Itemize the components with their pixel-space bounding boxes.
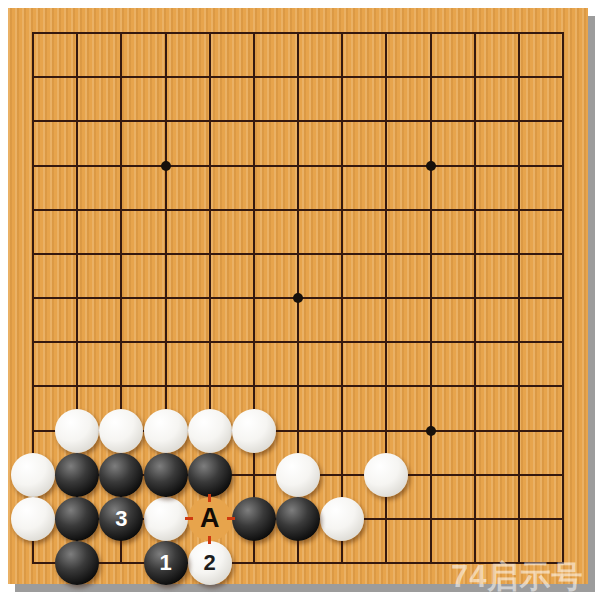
star-point bbox=[426, 161, 436, 171]
white-stone bbox=[188, 409, 232, 453]
black-stone: 1 bbox=[144, 541, 188, 585]
black-stone bbox=[99, 453, 143, 497]
black-stone bbox=[188, 453, 232, 497]
black-stone: 3 bbox=[99, 497, 143, 541]
stone-move-number: 2 bbox=[204, 552, 216, 574]
stone-move-number: 3 bbox=[115, 508, 127, 530]
point-label-A: A bbox=[188, 497, 232, 541]
label-dash bbox=[185, 517, 193, 520]
grid-line-vertical bbox=[474, 32, 476, 564]
white-stone bbox=[232, 409, 276, 453]
white-stone bbox=[320, 497, 364, 541]
label-dash bbox=[208, 494, 211, 502]
grid-line-vertical bbox=[341, 32, 343, 564]
grid-line-horizontal bbox=[32, 341, 564, 343]
white-stone bbox=[99, 409, 143, 453]
watermark-text: 74启示号 bbox=[451, 556, 596, 598]
black-stone bbox=[55, 541, 99, 585]
white-stone bbox=[364, 453, 408, 497]
label-dash bbox=[208, 536, 211, 544]
white-stone bbox=[144, 409, 188, 453]
black-stone bbox=[276, 497, 320, 541]
white-stone bbox=[144, 497, 188, 541]
white-stone bbox=[11, 453, 55, 497]
star-point bbox=[293, 293, 303, 303]
black-stone bbox=[232, 497, 276, 541]
star-point bbox=[426, 426, 436, 436]
grid-line-vertical bbox=[562, 32, 564, 564]
grid-line-vertical bbox=[518, 32, 520, 564]
point-label-text: A bbox=[200, 505, 220, 532]
grid-line-vertical bbox=[430, 32, 432, 564]
black-stone bbox=[144, 453, 188, 497]
white-stone bbox=[276, 453, 320, 497]
label-dash bbox=[227, 517, 235, 520]
black-stone bbox=[55, 497, 99, 541]
white-stone bbox=[11, 497, 55, 541]
white-stone: 2 bbox=[188, 541, 232, 585]
grid-line-horizontal bbox=[32, 385, 564, 387]
white-stone bbox=[55, 409, 99, 453]
black-stone bbox=[55, 453, 99, 497]
stone-move-number: 1 bbox=[159, 552, 171, 574]
star-point bbox=[161, 161, 171, 171]
go-board: 231A bbox=[8, 8, 588, 584]
